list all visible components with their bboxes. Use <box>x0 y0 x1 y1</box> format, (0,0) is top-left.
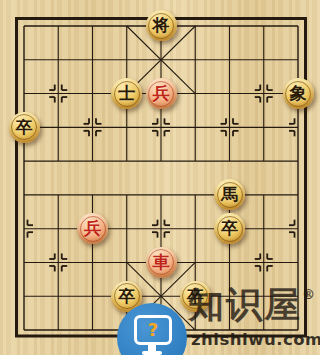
board-intersection: 馬 <box>212 178 246 212</box>
piece-red-soldier[interactable]: 兵 <box>146 78 177 109</box>
board-intersection: 士 <box>110 77 144 111</box>
piece-red-soldier[interactable]: 兵 <box>77 213 108 244</box>
piece-black-horse[interactable]: 馬 <box>214 179 245 210</box>
board-intersection: 兵 <box>144 77 178 111</box>
board-intersection: 卒 <box>212 212 246 246</box>
registered-trademark-symbol: ® <box>302 287 315 302</box>
board-intersection: 車 <box>144 245 178 279</box>
board-intersection: 象 <box>281 77 315 111</box>
board-intersection: 卒 <box>7 110 41 144</box>
piece-black-elephant[interactable]: 象 <box>283 78 314 109</box>
piece-black-soldier[interactable]: 卒 <box>9 112 40 143</box>
monitor-icon: ? <box>134 315 172 345</box>
piece-black-advisor[interactable]: 士 <box>111 78 142 109</box>
piece-red-chariot[interactable]: 車 <box>146 247 177 278</box>
piece-black-general[interactable]: 将 <box>146 10 177 41</box>
xiangqi-diagram: 将士兵象卒馬兵卒車卒卒 ? 知识屋® zhishiwu.com <box>0 0 320 355</box>
board-intersection: 兵 <box>75 212 109 246</box>
piece-black-soldier[interactable]: 卒 <box>214 213 245 244</box>
watermark-url: zhishiwu.com <box>191 330 320 349</box>
board-intersection: 将 <box>144 9 178 43</box>
question-mark-glyph: ? <box>148 321 158 339</box>
watermark-brand: 知识屋® <box>188 286 315 322</box>
watermark-brand-text: 知识屋 <box>188 283 302 325</box>
